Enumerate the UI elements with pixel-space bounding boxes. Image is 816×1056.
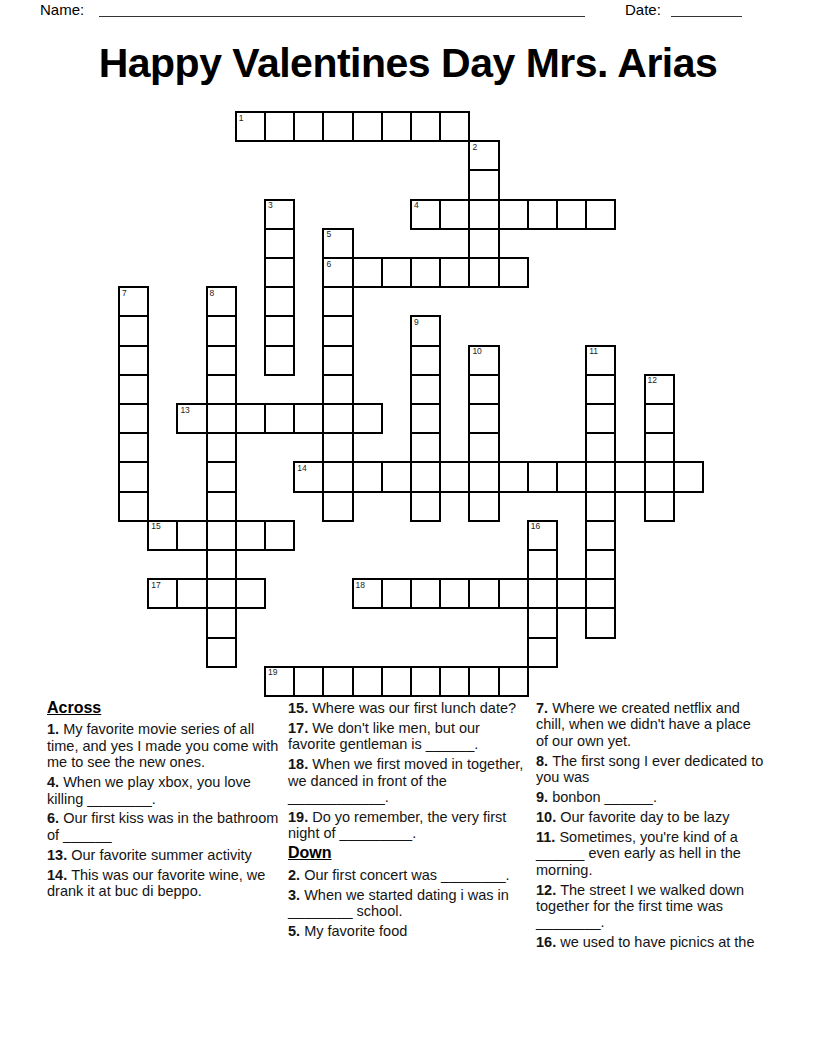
clue-17-number-label: 17. bbox=[288, 720, 312, 736]
clues-column-2: 15. Where was our first lunch date?17. W… bbox=[288, 700, 529, 943]
clue-14-number-label: 14. bbox=[47, 867, 71, 883]
clue-4-number-label: 4. bbox=[47, 774, 63, 790]
clue-6-across: 6. Our first kiss was in the bathroom of… bbox=[47, 810, 281, 843]
grid-cell-r16c13[interactable] bbox=[498, 578, 529, 609]
clue-12-number-label: 12. bbox=[536, 882, 560, 898]
crossword-grid: 12345678910111213141516171819 bbox=[118, 111, 702, 695]
grid-cell-r11c18[interactable] bbox=[644, 432, 675, 463]
grid-cell-r5c10[interactable] bbox=[410, 257, 441, 288]
clue-19-across: 19. Do yo remember, the very first night… bbox=[288, 809, 529, 842]
grid-cell-r12c0[interactable] bbox=[118, 461, 149, 492]
grid-cell-r12c15[interactable] bbox=[556, 461, 587, 492]
grid-cell-r12c12[interactable] bbox=[468, 461, 499, 492]
clue-1-number-label: 1. bbox=[47, 721, 63, 737]
grid-cell-r10c2[interactable]: 13 bbox=[176, 403, 207, 434]
grid-cell-r0c5[interactable] bbox=[264, 111, 295, 142]
grid-cell-r12c16[interactable] bbox=[585, 461, 616, 492]
grid-cell-r16c10[interactable] bbox=[410, 578, 441, 609]
grid-cell-r16c9[interactable] bbox=[381, 578, 412, 609]
clue-8-number-label: 8. bbox=[536, 753, 552, 769]
grid-cell-r8c16[interactable]: 11 bbox=[585, 345, 616, 376]
grid-cell-r15c3[interactable] bbox=[206, 549, 237, 580]
grid-cell-r3c10[interactable]: 4 bbox=[410, 199, 441, 230]
grid-cell-r14c1[interactable]: 15 bbox=[147, 520, 178, 551]
grid-cell-r10c0[interactable] bbox=[118, 403, 149, 434]
grid-cell-r18c3[interactable] bbox=[206, 637, 237, 668]
clue-9-down: 9. bonbon ______. bbox=[536, 789, 766, 805]
grid-cell-r0c4[interactable]: 1 bbox=[235, 111, 266, 142]
grid-cell-r19c10[interactable] bbox=[410, 666, 441, 697]
grid-cell-r0c11[interactable] bbox=[439, 111, 470, 142]
clue-13-across: 13. Our favorite summer activity bbox=[47, 847, 281, 863]
grid-cell-r12c7[interactable] bbox=[322, 461, 353, 492]
grid-cell-r16c2[interactable] bbox=[176, 578, 207, 609]
grid-cell-r0c8[interactable] bbox=[352, 111, 383, 142]
grid-cell-r8c3[interactable] bbox=[206, 345, 237, 376]
clue-6-number-label: 6. bbox=[47, 810, 63, 826]
grid-cell-r7c10[interactable]: 9 bbox=[410, 315, 441, 346]
grid-cell-r3c11[interactable] bbox=[439, 199, 470, 230]
clue-5-number-label: 5. bbox=[288, 923, 304, 939]
grid-cell-r12c10[interactable] bbox=[410, 461, 441, 492]
clue-5-down: 5. My favorite food bbox=[288, 923, 529, 939]
clues-column-1: Across1. My favorite movie series of all… bbox=[47, 700, 281, 903]
grid-cell-r11c0[interactable] bbox=[118, 432, 149, 463]
grid-cell-r16c3[interactable] bbox=[206, 578, 237, 609]
grid-cell-r11c12[interactable] bbox=[468, 432, 499, 463]
grid-cell-r14c14[interactable]: 16 bbox=[527, 520, 558, 551]
grid-cell-r10c4[interactable] bbox=[235, 403, 266, 434]
grid-cell-r11c16[interactable] bbox=[585, 432, 616, 463]
clue-11-number-label: 11. bbox=[536, 829, 559, 845]
grid-cell-r13c18[interactable] bbox=[644, 491, 675, 522]
grid-cell-r0c6[interactable] bbox=[293, 111, 324, 142]
grid-cell-r5c7[interactable]: 6 bbox=[322, 257, 353, 288]
clue-3-down: 3. When we started dating i was in _____… bbox=[288, 887, 529, 920]
grid-cell-r6c0[interactable]: 7 bbox=[118, 286, 149, 317]
grid-cell-r5c12[interactable] bbox=[468, 257, 499, 288]
down-heading: Down bbox=[288, 845, 529, 861]
grid-cell-r3c16[interactable] bbox=[585, 199, 616, 230]
grid-cell-r4c12[interactable] bbox=[468, 228, 499, 259]
clue-number-16: 16 bbox=[531, 522, 540, 531]
grid-cell-r0c9[interactable] bbox=[381, 111, 412, 142]
clue-number-1: 1 bbox=[239, 114, 244, 123]
grid-cell-r9c10[interactable] bbox=[410, 374, 441, 405]
grid-cell-r15c14[interactable] bbox=[527, 549, 558, 580]
grid-cell-r7c5[interactable] bbox=[264, 315, 295, 346]
grid-cell-r12c8[interactable] bbox=[352, 461, 383, 492]
clue-4-across: 4. When we play xbox, you love killing _… bbox=[47, 774, 281, 807]
clue-16-down: 16. we used to have picnics at the bbox=[536, 934, 766, 950]
grid-cell-r17c16[interactable] bbox=[585, 607, 616, 638]
grid-cell-r10c18[interactable] bbox=[644, 403, 675, 434]
grid-cell-r10c8[interactable] bbox=[352, 403, 383, 434]
grid-cell-r9c0[interactable] bbox=[118, 374, 149, 405]
grid-cell-r9c7[interactable] bbox=[322, 374, 353, 405]
clue-number-3: 3 bbox=[268, 201, 273, 210]
grid-cell-r3c12[interactable] bbox=[468, 199, 499, 230]
grid-cell-r16c1[interactable]: 17 bbox=[147, 578, 178, 609]
grid-cell-r5c5[interactable] bbox=[264, 257, 295, 288]
clue-number-2: 2 bbox=[472, 143, 477, 152]
grid-cell-r13c12[interactable] bbox=[468, 491, 499, 522]
clues-column-3: 7. Where we created netflix and chill, w… bbox=[536, 700, 766, 954]
grid-cell-r16c14[interactable] bbox=[527, 578, 558, 609]
grid-cell-r0c10[interactable] bbox=[410, 111, 441, 142]
grid-cell-r3c15[interactable] bbox=[556, 199, 587, 230]
clue-number-7: 7 bbox=[122, 289, 127, 298]
clue-9-number-label: 9. bbox=[536, 789, 552, 805]
clue-number-10: 10 bbox=[472, 347, 481, 356]
grid-cell-r19c6[interactable] bbox=[293, 666, 324, 697]
grid-cell-r10c10[interactable] bbox=[410, 403, 441, 434]
grid-cell-r16c4[interactable] bbox=[235, 578, 266, 609]
grid-cell-r14c5[interactable] bbox=[264, 520, 295, 551]
clue-number-6: 6 bbox=[326, 260, 331, 269]
grid-cell-r7c7[interactable] bbox=[322, 315, 353, 346]
clue-18-number-label: 18. bbox=[288, 756, 312, 772]
clue-18-across: 18. When we first moved in together, we … bbox=[288, 756, 529, 805]
grid-cell-r0c7[interactable] bbox=[322, 111, 353, 142]
grid-cell-r8c7[interactable] bbox=[322, 345, 353, 376]
name-label: Name: bbox=[40, 1, 84, 18]
clue-number-4: 4 bbox=[414, 201, 419, 210]
clue-7-down: 7. Where we created netflix and chill, w… bbox=[536, 700, 766, 749]
clue-13-number-label: 13. bbox=[47, 847, 71, 863]
grid-cell-r16c12[interactable] bbox=[468, 578, 499, 609]
grid-cell-r14c2[interactable] bbox=[176, 520, 207, 551]
date-fill-line[interactable] bbox=[671, 16, 742, 17]
grid-cell-r8c5[interactable] bbox=[264, 345, 295, 376]
grid-cell-r9c12[interactable] bbox=[468, 374, 499, 405]
grid-cell-r14c4[interactable] bbox=[235, 520, 266, 551]
grid-cell-r10c3[interactable] bbox=[206, 403, 237, 434]
clue-number-15: 15 bbox=[151, 522, 160, 531]
grid-cell-r12c19[interactable] bbox=[673, 461, 704, 492]
grid-cell-r5c9[interactable] bbox=[381, 257, 412, 288]
grid-cell-r12c3[interactable] bbox=[206, 461, 237, 492]
grid-cell-r12c6[interactable]: 14 bbox=[293, 461, 324, 492]
grid-cell-r8c12[interactable]: 10 bbox=[468, 345, 499, 376]
clue-number-18: 18 bbox=[356, 581, 365, 590]
grid-cell-r14c16[interactable] bbox=[585, 520, 616, 551]
grid-cell-r12c11[interactable] bbox=[439, 461, 470, 492]
grid-cell-r13c16[interactable] bbox=[585, 491, 616, 522]
grid-cell-r6c3[interactable]: 8 bbox=[206, 286, 237, 317]
clue-number-19: 19 bbox=[268, 668, 277, 677]
grid-cell-r13c3[interactable] bbox=[206, 491, 237, 522]
grid-cell-r9c3[interactable] bbox=[206, 374, 237, 405]
clue-19-number-label: 19. bbox=[288, 809, 312, 825]
grid-cell-r10c12[interactable] bbox=[468, 403, 499, 434]
grid-cell-r18c14[interactable] bbox=[527, 637, 558, 668]
grid-cell-r3c13[interactable] bbox=[498, 199, 529, 230]
grid-cell-r13c10[interactable] bbox=[410, 491, 441, 522]
grid-cell-r14c3[interactable] bbox=[206, 520, 237, 551]
clue-number-13: 13 bbox=[180, 406, 189, 415]
grid-cell-r10c16[interactable] bbox=[585, 403, 616, 434]
grid-cell-r5c11[interactable] bbox=[439, 257, 470, 288]
clue-14-across: 14. This was our favorite wine, we drank… bbox=[47, 867, 281, 900]
clue-8-down: 8. The first song I ever dedicated to yo… bbox=[536, 753, 766, 786]
grid-cell-r12c17[interactable] bbox=[614, 461, 645, 492]
grid-cell-r19c5[interactable]: 19 bbox=[264, 666, 295, 697]
grid-cell-r19c9[interactable] bbox=[381, 666, 412, 697]
clue-11-down: 11. Sometimes, you're kind of a ______ e… bbox=[536, 829, 766, 878]
grid-cell-r3c14[interactable] bbox=[527, 199, 558, 230]
clue-3-number-label: 3. bbox=[288, 887, 304, 903]
grid-cell-r8c10[interactable] bbox=[410, 345, 441, 376]
clue-15-across: 15. Where was our first lunch date? bbox=[288, 700, 529, 716]
clue-number-8: 8 bbox=[210, 289, 215, 298]
grid-cell-r11c3[interactable] bbox=[206, 432, 237, 463]
grid-cell-r16c11[interactable] bbox=[439, 578, 470, 609]
grid-cell-r13c0[interactable] bbox=[118, 491, 149, 522]
clue-number-12: 12 bbox=[648, 376, 657, 385]
grid-cell-r15c16[interactable] bbox=[585, 549, 616, 580]
clue-number-5: 5 bbox=[326, 230, 331, 239]
grid-cell-r16c8[interactable]: 18 bbox=[352, 578, 383, 609]
grid-cell-r19c7[interactable] bbox=[322, 666, 353, 697]
grid-cell-r2c12[interactable] bbox=[468, 169, 499, 200]
name-fill-line[interactable] bbox=[99, 16, 585, 17]
grid-cell-r10c7[interactable] bbox=[322, 403, 353, 434]
grid-cell-r5c8[interactable] bbox=[352, 257, 383, 288]
across-heading: Across bbox=[47, 700, 281, 716]
grid-cell-r4c5[interactable] bbox=[264, 228, 295, 259]
grid-cell-r10c5[interactable] bbox=[264, 403, 295, 434]
grid-cell-r11c7[interactable] bbox=[322, 432, 353, 463]
grid-cell-r12c14[interactable] bbox=[527, 461, 558, 492]
grid-cell-r11c10[interactable] bbox=[410, 432, 441, 463]
clue-17-across: 17. We don't like men, but our favorite … bbox=[288, 720, 529, 753]
clue-10-number-label: 10. bbox=[536, 809, 560, 825]
grid-cell-r7c3[interactable] bbox=[206, 315, 237, 346]
grid-cell-r19c12[interactable] bbox=[468, 666, 499, 697]
clue-number-17: 17 bbox=[151, 581, 160, 590]
grid-cell-r17c14[interactable] bbox=[527, 607, 558, 638]
grid-cell-r9c18[interactable]: 12 bbox=[644, 374, 675, 405]
grid-cell-r1c12[interactable]: 2 bbox=[468, 140, 499, 171]
grid-cell-r19c13[interactable] bbox=[498, 666, 529, 697]
grid-cell-r10c6[interactable] bbox=[293, 403, 324, 434]
grid-cell-r16c16[interactable] bbox=[585, 578, 616, 609]
clue-7-number-label: 7. bbox=[536, 700, 552, 716]
grid-cell-r5c13[interactable] bbox=[498, 257, 529, 288]
clue-number-11: 11 bbox=[589, 347, 598, 356]
clue-2-down: 2. Our first concert was ________. bbox=[288, 867, 529, 883]
clue-15-number-label: 15. bbox=[288, 700, 312, 716]
clue-number-9: 9 bbox=[414, 318, 419, 327]
grid-cell-r12c9[interactable] bbox=[381, 461, 412, 492]
grid-cell-r16c15[interactable] bbox=[556, 578, 587, 609]
clue-2-number-label: 2. bbox=[288, 867, 304, 883]
grid-cell-r4c7[interactable]: 5 bbox=[322, 228, 353, 259]
grid-cell-r19c8[interactable] bbox=[352, 666, 383, 697]
grid-cell-r9c16[interactable] bbox=[585, 374, 616, 405]
clue-1-across: 1. My favorite movie series of all time,… bbox=[47, 721, 281, 770]
clue-16-number-label: 16. bbox=[536, 934, 560, 950]
puzzle-title: Happy Valentines Day Mrs. Arias bbox=[0, 40, 816, 87]
grid-cell-r17c3[interactable] bbox=[206, 607, 237, 638]
grid-cell-r19c11[interactable] bbox=[439, 666, 470, 697]
clue-number-14: 14 bbox=[297, 464, 306, 473]
grid-cell-r13c7[interactable] bbox=[322, 491, 353, 522]
grid-cell-r6c7[interactable] bbox=[322, 286, 353, 317]
grid-cell-r8c0[interactable] bbox=[118, 345, 149, 376]
grid-cell-r12c13[interactable] bbox=[498, 461, 529, 492]
grid-cell-r12c18[interactable] bbox=[644, 461, 675, 492]
grid-cell-r6c5[interactable] bbox=[264, 286, 295, 317]
clue-12-down: 12. The street I we walked down together… bbox=[536, 882, 766, 931]
date-label: Date: bbox=[625, 1, 661, 18]
clue-10-down: 10. Our favorite day to be lazy bbox=[536, 809, 766, 825]
grid-cell-r3c5[interactable]: 3 bbox=[264, 199, 295, 230]
grid-cell-r7c0[interactable] bbox=[118, 315, 149, 346]
